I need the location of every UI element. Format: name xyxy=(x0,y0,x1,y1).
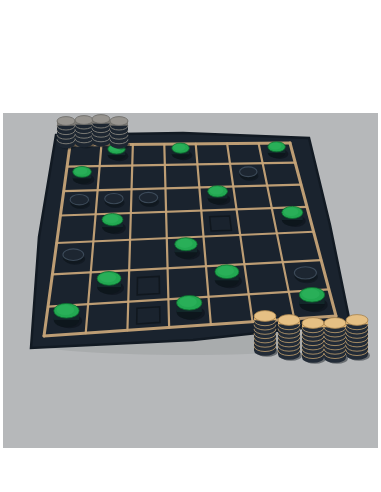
cell-r6c6[interactable] xyxy=(244,262,288,294)
green-piece-r7c7[interactable] xyxy=(299,287,327,312)
green-piece-r7c4[interactable] xyxy=(177,295,205,320)
tan-reserve-stack-4[interactable] xyxy=(324,318,348,364)
cell-r3c4[interactable] xyxy=(166,187,202,211)
cell-r2c2[interactable] xyxy=(98,165,133,190)
cell-r2c7[interactable] xyxy=(263,163,302,186)
cell-r5c3[interactable] xyxy=(129,238,167,270)
green-piece-r6c5[interactable] xyxy=(215,265,242,289)
cell-r6c4[interactable] xyxy=(168,266,209,299)
cell-r5c6[interactable] xyxy=(240,233,283,264)
screenshot-canvas xyxy=(0,0,381,492)
cell-r5c7[interactable] xyxy=(277,232,321,262)
cell-r7c5[interactable] xyxy=(209,294,253,324)
cell-r7c2[interactable] xyxy=(86,302,129,333)
cell-r1c6[interactable] xyxy=(227,143,263,163)
cell-r6c3[interactable] xyxy=(128,268,168,302)
board-scene xyxy=(3,113,378,448)
cell-r2c4[interactable] xyxy=(165,164,200,188)
cell-r4c6[interactable] xyxy=(237,208,277,235)
cell-r1c3[interactable] xyxy=(132,144,165,165)
cell-r4c1[interactable] xyxy=(57,214,96,243)
cell-r5c2[interactable] xyxy=(91,240,130,272)
cell-r4c5[interactable] xyxy=(201,209,240,236)
cell-r2c5[interactable] xyxy=(197,164,233,188)
product-photo xyxy=(3,113,378,448)
tan-reserve-stack-2[interactable] xyxy=(278,315,302,361)
gray-reserve-stack-1[interactable] xyxy=(57,117,77,150)
cell-r4c4[interactable] xyxy=(166,211,203,239)
cell-r3c7[interactable] xyxy=(267,185,307,208)
cell-r6c1[interactable] xyxy=(48,272,91,306)
cell-r5c5[interactable] xyxy=(204,235,245,266)
cell-r1c5[interactable] xyxy=(196,144,230,165)
green-piece-r7c1[interactable] xyxy=(54,303,82,328)
tan-reserve-stack-5[interactable] xyxy=(346,315,370,361)
cell-r2c3[interactable] xyxy=(132,165,166,189)
gray-reserve-stack-4[interactable] xyxy=(110,117,130,150)
cell-r3c6[interactable] xyxy=(233,186,271,210)
green-piece-r6c2[interactable] xyxy=(97,271,124,295)
gray-reserve-stack-3[interactable] xyxy=(92,115,112,148)
cell-r7c3[interactable] xyxy=(127,299,169,330)
cell-r4c3[interactable] xyxy=(130,212,167,240)
tan-reserve-stack-3[interactable] xyxy=(302,318,326,364)
tan-reserve-stack-1[interactable] xyxy=(254,311,278,357)
